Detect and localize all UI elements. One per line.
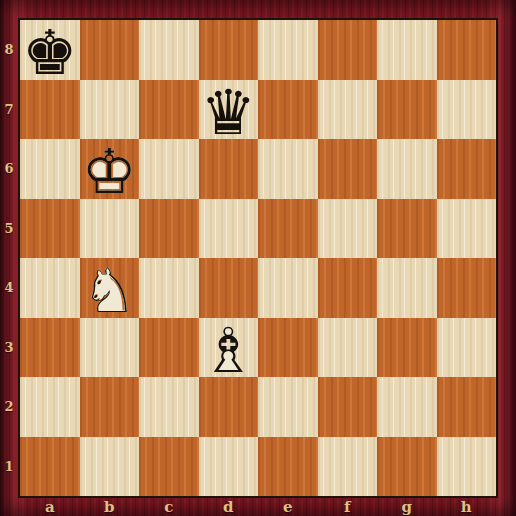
square-d2[interactable] <box>199 377 259 437</box>
square-d8[interactable] <box>199 20 259 80</box>
square-b6[interactable]: ♚♔ <box>80 139 140 199</box>
square-g6[interactable] <box>377 139 437 199</box>
square-g8[interactable] <box>377 20 437 80</box>
rank-label-6: 6 <box>0 139 18 199</box>
square-f5[interactable] <box>318 199 378 259</box>
square-f7[interactable] <box>318 80 378 140</box>
square-c6[interactable] <box>139 139 199 199</box>
square-f8[interactable] <box>318 20 378 80</box>
square-g2[interactable] <box>377 377 437 437</box>
square-f2[interactable] <box>318 377 378 437</box>
rank-label-8: 8 <box>0 20 18 80</box>
square-b1[interactable] <box>80 437 140 497</box>
square-e2[interactable] <box>258 377 318 437</box>
square-d7[interactable]: ♛ <box>199 80 259 140</box>
square-f1[interactable] <box>318 437 378 497</box>
file-label-b: b <box>80 497 140 516</box>
square-h8[interactable] <box>437 20 497 80</box>
square-f4[interactable] <box>318 258 378 318</box>
black-piece-glyph: ♚ <box>20 22 80 84</box>
square-h6[interactable] <box>437 139 497 199</box>
square-c7[interactable] <box>139 80 199 140</box>
file-label-e: e <box>258 497 318 516</box>
rank-label-4: 4 <box>0 258 18 318</box>
square-e8[interactable] <box>258 20 318 80</box>
piece-white-king[interactable]: ♚♔ <box>80 139 140 199</box>
file-labels: abcdefgh <box>20 497 496 516</box>
square-f3[interactable] <box>318 318 378 378</box>
piece-white-knight[interactable]: ♞♘ <box>80 258 140 318</box>
square-c4[interactable] <box>139 258 199 318</box>
square-a4[interactable] <box>20 258 80 318</box>
square-a2[interactable] <box>20 377 80 437</box>
square-b5[interactable] <box>80 199 140 259</box>
piece-white-bishop[interactable]: ♝♗ <box>199 318 259 378</box>
square-g7[interactable] <box>377 80 437 140</box>
file-label-a: a <box>20 497 80 516</box>
square-a6[interactable] <box>20 139 80 199</box>
file-label-f: f <box>318 497 378 516</box>
chess-board: ♚♛♚♔♞♘♝♗ <box>20 20 496 496</box>
rank-label-1: 1 <box>0 437 18 497</box>
square-e4[interactable] <box>258 258 318 318</box>
rank-label-7: 7 <box>0 80 18 140</box>
square-h4[interactable] <box>437 258 497 318</box>
square-e6[interactable] <box>258 139 318 199</box>
square-a3[interactable] <box>20 318 80 378</box>
square-d5[interactable] <box>199 199 259 259</box>
square-d1[interactable] <box>199 437 259 497</box>
piece-black-king[interactable]: ♚ <box>20 20 80 80</box>
square-d4[interactable] <box>199 258 259 318</box>
square-g3[interactable] <box>377 318 437 378</box>
rank-label-2: 2 <box>0 377 18 437</box>
square-f6[interactable] <box>318 139 378 199</box>
square-h7[interactable] <box>437 80 497 140</box>
square-c3[interactable] <box>139 318 199 378</box>
file-label-c: c <box>139 497 199 516</box>
white-piece-outline-glyph: ♗ <box>199 320 259 382</box>
square-c1[interactable] <box>139 437 199 497</box>
square-c2[interactable] <box>139 377 199 437</box>
square-a8[interactable]: ♚ <box>20 20 80 80</box>
square-d3[interactable]: ♝♗ <box>199 318 259 378</box>
square-c8[interactable] <box>139 20 199 80</box>
white-piece-outline-glyph: ♔ <box>80 141 140 203</box>
piece-black-queen[interactable]: ♛ <box>199 80 259 140</box>
square-b3[interactable] <box>80 318 140 378</box>
rank-labels: 87654321 <box>0 20 18 496</box>
square-b8[interactable] <box>80 20 140 80</box>
square-h2[interactable] <box>437 377 497 437</box>
square-e5[interactable] <box>258 199 318 259</box>
file-label-h: h <box>437 497 497 516</box>
chess-board-frame: ♚♛♚♔♞♘♝♗ 87654321 abcdefgh <box>0 0 516 516</box>
square-g4[interactable] <box>377 258 437 318</box>
rank-label-3: 3 <box>0 318 18 378</box>
square-g5[interactable] <box>377 199 437 259</box>
square-e3[interactable] <box>258 318 318 378</box>
square-b7[interactable] <box>80 80 140 140</box>
square-a1[interactable] <box>20 437 80 497</box>
file-label-d: d <box>199 497 259 516</box>
file-label-g: g <box>377 497 437 516</box>
square-b4[interactable]: ♞♘ <box>80 258 140 318</box>
square-a7[interactable] <box>20 80 80 140</box>
square-a5[interactable] <box>20 199 80 259</box>
square-h1[interactable] <box>437 437 497 497</box>
square-g1[interactable] <box>377 437 437 497</box>
square-d6[interactable] <box>199 139 259 199</box>
square-e7[interactable] <box>258 80 318 140</box>
square-b2[interactable] <box>80 377 140 437</box>
square-h3[interactable] <box>437 318 497 378</box>
rank-label-5: 5 <box>0 199 18 259</box>
square-h5[interactable] <box>437 199 497 259</box>
square-c5[interactable] <box>139 199 199 259</box>
white-piece-outline-glyph: ♘ <box>80 260 140 322</box>
black-piece-glyph: ♛ <box>199 82 259 144</box>
square-e1[interactable] <box>258 437 318 497</box>
